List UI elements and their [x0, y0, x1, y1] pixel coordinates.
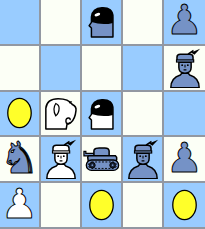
square-r5c1[interactable]: ♟ — [0, 183, 41, 229]
square-r1c5[interactable]: ♟ — [164, 0, 205, 46]
white-head-piece[interactable] — [85, 95, 118, 132]
square-r1c4[interactable] — [123, 0, 164, 46]
blue-soldier-piece[interactable] — [126, 139, 160, 179]
square-r4c5[interactable]: ♟ — [164, 137, 205, 183]
square-r3c3[interactable] — [82, 92, 123, 138]
square-r2c1[interactable] — [0, 46, 41, 92]
square-r3c4[interactable] — [123, 92, 164, 138]
square-r3c5[interactable] — [164, 92, 205, 138]
yellow-egg-piece[interactable] — [168, 186, 201, 224]
square-r4c3[interactable] — [82, 137, 123, 183]
square-r4c1[interactable]: ♞ — [0, 137, 41, 183]
square-r2c4[interactable] — [123, 46, 164, 92]
square-r5c2[interactable] — [41, 183, 82, 229]
white-elephant-piece[interactable] — [43, 94, 79, 132]
square-r4c4[interactable] — [123, 137, 164, 183]
piece-glyph: ♟ — [166, 138, 203, 179]
square-r1c1[interactable] — [0, 0, 41, 46]
piece-glyph: ♟ — [166, 0, 203, 41]
blue-tank-piece[interactable] — [83, 146, 121, 173]
yellow-egg-piece[interactable] — [3, 94, 36, 132]
blue-head-piece[interactable] — [85, 3, 118, 40]
blue-pawn-piece[interactable]: ♟ — [166, 139, 203, 180]
square-r2c5[interactable] — [164, 46, 205, 92]
square-r5c3[interactable] — [82, 183, 123, 229]
yellow-egg-piece[interactable] — [85, 186, 118, 224]
blue-soldier-piece[interactable] — [168, 48, 202, 88]
white-soldier-piece[interactable] — [44, 139, 78, 179]
square-r4c2[interactable] — [41, 137, 82, 183]
square-r1c2[interactable] — [41, 0, 82, 46]
square-r5c4[interactable] — [123, 183, 164, 229]
square-r3c2[interactable] — [41, 92, 82, 138]
blue-pawn-piece[interactable]: ♟ — [166, 1, 203, 42]
square-r1c3[interactable] — [82, 0, 123, 46]
square-r2c3[interactable] — [82, 46, 123, 92]
blue-knight-piece[interactable]: ♞ — [0, 137, 39, 181]
white-pawn-piece[interactable]: ♟ — [1, 185, 38, 226]
square-r2c2[interactable] — [41, 46, 82, 92]
game-board: ♟♞♟♟ — [0, 0, 205, 229]
piece-glyph: ♞ — [0, 137, 39, 180]
piece-glyph: ♟ — [1, 184, 38, 225]
square-r3c1[interactable] — [0, 92, 41, 138]
square-r5c5[interactable] — [164, 183, 205, 229]
